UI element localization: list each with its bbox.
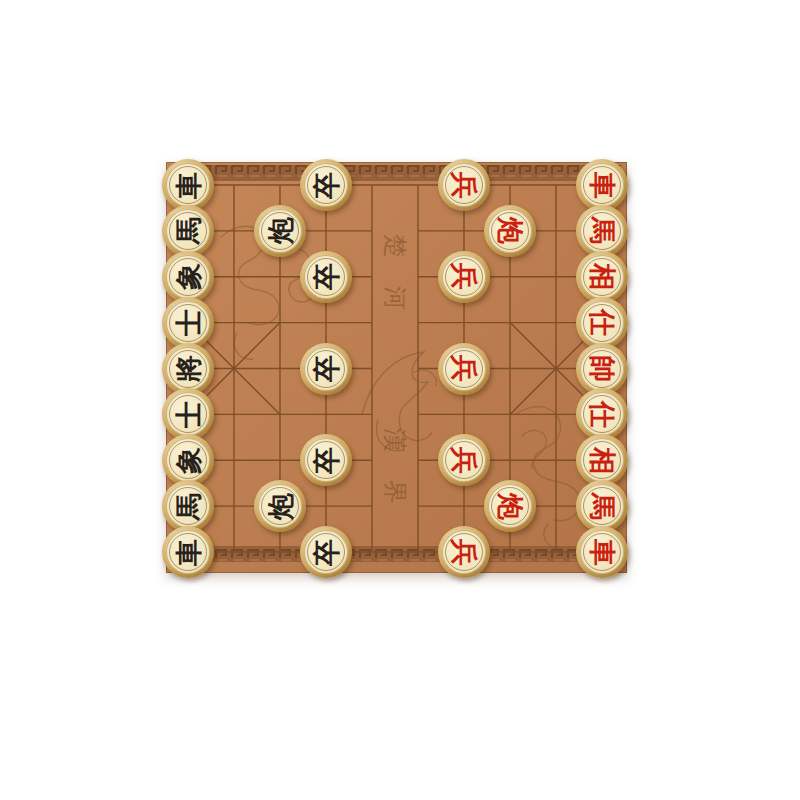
- piece-glyph: 車: [589, 539, 616, 566]
- piece-glyph: 馬: [589, 217, 616, 244]
- river-label-he: 河: [381, 286, 409, 310]
- piece-black-soldier[interactable]: 卒: [300, 159, 352, 211]
- border-meander-top: [172, 165, 621, 181]
- piece-face: 兵: [442, 530, 486, 574]
- piece-glyph: 卒: [313, 447, 340, 474]
- piece-black-cannon[interactable]: 炮: [254, 205, 306, 257]
- piece-face: 仕: [580, 301, 624, 345]
- piece-red-soldier[interactable]: 兵: [438, 159, 490, 211]
- piece-glyph: 車: [589, 172, 616, 199]
- piece-glyph: 士: [175, 309, 202, 336]
- piece-black-soldier[interactable]: 卒: [300, 251, 352, 303]
- piece-glyph: 炮: [497, 217, 524, 244]
- piece-black-soldier[interactable]: 卒: [300, 434, 352, 486]
- piece-glyph: 帥: [589, 355, 616, 382]
- piece-face: 仕: [580, 392, 624, 436]
- piece-face: 車: [166, 530, 210, 574]
- piece-red-advisor[interactable]: 仕: [576, 297, 628, 349]
- piece-face: 炮: [258, 209, 302, 253]
- piece-face: 象: [166, 255, 210, 299]
- river-label-han: 漢: [381, 428, 409, 452]
- piece-glyph: 車: [175, 172, 202, 199]
- dragon-etching-bottom-right: [516, 407, 580, 549]
- piece-glyph: 卒: [313, 355, 340, 382]
- piece-black-horse[interactable]: 馬: [162, 480, 214, 532]
- piece-face: 卒: [304, 530, 348, 574]
- piece-glyph: 兵: [451, 539, 478, 566]
- piece-red-soldier[interactable]: 兵: [438, 434, 490, 486]
- piece-red-cannon[interactable]: 炮: [484, 480, 536, 532]
- piece-face: 車: [580, 163, 624, 207]
- piece-face: 卒: [304, 438, 348, 482]
- piece-black-soldier[interactable]: 卒: [300, 343, 352, 395]
- piece-black-advisor[interactable]: 士: [162, 297, 214, 349]
- river-inscription: 楚 河 漢 界: [381, 234, 409, 504]
- piece-face: 炮: [258, 484, 302, 528]
- piece-red-soldier[interactable]: 兵: [438, 526, 490, 578]
- piece-face: 士: [166, 392, 210, 436]
- piece-face: 車: [580, 530, 624, 574]
- piece-face: 相: [580, 438, 624, 482]
- piece-black-elephant[interactable]: 象: [162, 434, 214, 486]
- piece-face: 帥: [580, 347, 624, 391]
- piece-glyph: 馬: [175, 217, 202, 244]
- piece-red-chariot[interactable]: 車: [576, 159, 628, 211]
- piece-glyph: 將: [175, 355, 202, 382]
- piece-glyph: 兵: [451, 355, 478, 382]
- piece-glyph: 相: [589, 447, 616, 474]
- piece-glyph: 炮: [267, 493, 294, 520]
- piece-face: 馬: [166, 209, 210, 253]
- piece-black-advisor[interactable]: 士: [162, 388, 214, 440]
- piece-face: 炮: [488, 484, 532, 528]
- piece-glyph: 仕: [589, 309, 616, 336]
- board-grid: 楚 河 漢 界: [166, 162, 627, 573]
- piece-glyph: 兵: [451, 447, 478, 474]
- piece-glyph: 相: [589, 263, 616, 290]
- piece-red-horse[interactable]: 馬: [576, 205, 628, 257]
- piece-black-soldier[interactable]: 卒: [300, 526, 352, 578]
- piece-red-advisor[interactable]: 仕: [576, 388, 628, 440]
- piece-glyph: 馬: [175, 493, 202, 520]
- piece-face: 兵: [442, 255, 486, 299]
- piece-face: 卒: [304, 163, 348, 207]
- piece-face: 相: [580, 255, 624, 299]
- piece-glyph: 炮: [497, 493, 524, 520]
- piece-red-cannon[interactable]: 炮: [484, 205, 536, 257]
- piece-face: 象: [166, 438, 210, 482]
- piece-face: 兵: [442, 163, 486, 207]
- piece-red-elephant[interactable]: 相: [576, 251, 628, 303]
- piece-black-chariot[interactable]: 車: [162, 159, 214, 211]
- piece-glyph: 象: [175, 263, 202, 290]
- piece-face: 兵: [442, 438, 486, 482]
- piece-face: 車: [166, 163, 210, 207]
- piece-black-chariot[interactable]: 車: [162, 526, 214, 578]
- piece-face: 士: [166, 301, 210, 345]
- piece-red-soldier[interactable]: 兵: [438, 251, 490, 303]
- piece-glyph: 卒: [313, 539, 340, 566]
- piece-black-elephant[interactable]: 象: [162, 251, 214, 303]
- piece-face: 馬: [580, 209, 624, 253]
- xiangqi-board-mat: 楚 河 漢 界: [166, 162, 627, 573]
- piece-red-general[interactable]: 帥: [576, 343, 628, 395]
- piece-red-chariot[interactable]: 車: [576, 526, 628, 578]
- piece-glyph: 兵: [451, 263, 478, 290]
- product-photo-stage: 楚 河 漢 界: [0, 0, 800, 800]
- piece-glyph: 仕: [589, 401, 616, 428]
- piece-black-horse[interactable]: 馬: [162, 205, 214, 257]
- piece-face: 卒: [304, 255, 348, 299]
- piece-black-cannon[interactable]: 炮: [254, 480, 306, 532]
- piece-red-horse[interactable]: 馬: [576, 480, 628, 532]
- piece-glyph: 士: [175, 401, 202, 428]
- piece-face: 馬: [166, 484, 210, 528]
- piece-face: 將: [166, 347, 210, 391]
- piece-glyph: 兵: [451, 172, 478, 199]
- piece-face: 兵: [442, 347, 486, 391]
- piece-glyph: 車: [175, 539, 202, 566]
- piece-red-elephant[interactable]: 相: [576, 434, 628, 486]
- piece-red-soldier[interactable]: 兵: [438, 343, 490, 395]
- piece-face: 炮: [488, 209, 532, 253]
- piece-glyph: 卒: [313, 263, 340, 290]
- piece-glyph: 馬: [589, 493, 616, 520]
- piece-black-general[interactable]: 將: [162, 343, 214, 395]
- piece-glyph: 炮: [267, 217, 294, 244]
- piece-face: 馬: [580, 484, 624, 528]
- river-label-chu: 楚: [381, 234, 409, 258]
- border-meander-bottom: [172, 546, 621, 562]
- piece-face: 卒: [304, 347, 348, 391]
- piece-glyph: 卒: [313, 172, 340, 199]
- river-label-jie: 界: [381, 480, 409, 504]
- piece-glyph: 象: [175, 447, 202, 474]
